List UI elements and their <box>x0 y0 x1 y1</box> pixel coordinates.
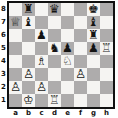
square-f3[interactable]: ♙ <box>74 68 87 81</box>
square-a5[interactable] <box>9 42 22 55</box>
square-a7[interactable]: ♕ <box>9 16 22 29</box>
chess-diagram: 87654321 ♜♛♚♕♝♝♟♜♞♟♟♖♗♘♙♙♙♙♔♖ abcdefgh <box>0 0 118 118</box>
square-e2[interactable] <box>61 81 74 94</box>
square-h8[interactable] <box>100 3 113 16</box>
square-c2[interactable]: ♙ <box>35 81 48 94</box>
square-h6[interactable] <box>100 29 113 42</box>
rank-label-7: 7 <box>0 16 7 29</box>
square-c7[interactable] <box>35 16 48 29</box>
black-knight-icon: ♞ <box>49 42 60 55</box>
file-label-f: f <box>74 108 87 118</box>
white-pawn-icon: ♙ <box>10 81 21 94</box>
square-a2[interactable]: ♙ <box>9 81 22 94</box>
file-label-b: b <box>22 108 35 118</box>
rank-labels: 87654321 <box>0 3 7 107</box>
square-d7[interactable] <box>48 16 61 29</box>
square-h7[interactable] <box>100 16 113 29</box>
rank-label-6: 6 <box>0 29 7 42</box>
rank-label-2: 2 <box>0 81 7 94</box>
square-g5[interactable]: ♟ <box>87 42 100 55</box>
file-labels: abcdefgh <box>9 108 113 118</box>
square-c3[interactable] <box>35 68 48 81</box>
square-d1[interactable]: ♖ <box>48 94 61 107</box>
white-king-icon: ♔ <box>23 94 34 107</box>
square-a4[interactable] <box>9 55 22 68</box>
white-rook-icon: ♖ <box>49 94 60 107</box>
square-a3[interactable] <box>9 68 22 81</box>
square-b7[interactable]: ♝ <box>22 16 35 29</box>
file-label-h: h <box>100 108 113 118</box>
square-e7[interactable] <box>61 16 74 29</box>
square-h2[interactable] <box>100 81 113 94</box>
square-e6[interactable] <box>61 29 74 42</box>
square-b2[interactable] <box>22 81 35 94</box>
square-f5[interactable] <box>74 42 87 55</box>
square-b4[interactable] <box>22 55 35 68</box>
square-e5[interactable]: ♟ <box>61 42 74 55</box>
white-pawn-icon: ♙ <box>36 81 47 94</box>
square-c8[interactable] <box>35 3 48 16</box>
white-bishop-icon: ♗ <box>36 55 47 68</box>
square-a1[interactable] <box>9 94 22 107</box>
white-knight-icon: ♘ <box>62 55 73 68</box>
square-d8[interactable]: ♛ <box>48 3 61 16</box>
square-b6[interactable] <box>22 29 35 42</box>
square-h5[interactable]: ♖ <box>100 42 113 55</box>
black-king-icon: ♚ <box>88 3 99 16</box>
board-frame: ♜♛♚♕♝♝♟♜♞♟♟♖♗♘♙♙♙♙♔♖ <box>7 1 115 109</box>
board: ♜♛♚♕♝♝♟♜♞♟♟♖♗♘♙♙♙♙♔♖ <box>9 3 113 107</box>
square-c5[interactable] <box>35 42 48 55</box>
square-f8[interactable] <box>74 3 87 16</box>
square-g8[interactable]: ♚ <box>87 3 100 16</box>
square-d5[interactable]: ♞ <box>48 42 61 55</box>
file-label-g: g <box>87 108 100 118</box>
black-pawn-icon: ♟ <box>62 42 73 55</box>
square-g6[interactable]: ♜ <box>87 29 100 42</box>
square-b1[interactable]: ♔ <box>22 94 35 107</box>
black-rook-icon: ♜ <box>23 3 34 16</box>
square-e1[interactable] <box>61 94 74 107</box>
square-d4[interactable] <box>48 55 61 68</box>
square-h1[interactable] <box>100 94 113 107</box>
square-c6[interactable]: ♟ <box>35 29 48 42</box>
rank-label-4: 4 <box>0 55 7 68</box>
square-f6[interactable] <box>74 29 87 42</box>
square-d2[interactable] <box>48 81 61 94</box>
square-e4[interactable]: ♘ <box>61 55 74 68</box>
square-d3[interactable] <box>48 68 61 81</box>
square-f2[interactable] <box>74 81 87 94</box>
rank-label-5: 5 <box>0 42 7 55</box>
white-queen-icon: ♕ <box>10 16 21 29</box>
square-g4[interactable] <box>87 55 100 68</box>
rank-label-8: 8 <box>0 3 7 16</box>
square-b8[interactable]: ♜ <box>22 3 35 16</box>
square-f1[interactable] <box>74 94 87 107</box>
black-bishop-icon: ♝ <box>88 16 99 29</box>
rank-label-3: 3 <box>0 68 7 81</box>
file-label-c: c <box>35 108 48 118</box>
square-f7[interactable] <box>74 16 87 29</box>
file-label-a: a <box>9 108 22 118</box>
square-a8[interactable] <box>9 3 22 16</box>
black-bishop-icon: ♝ <box>23 16 34 29</box>
square-e3[interactable] <box>61 68 74 81</box>
square-g7[interactable]: ♝ <box>87 16 100 29</box>
square-c4[interactable]: ♗ <box>35 55 48 68</box>
white-pawn-icon: ♙ <box>75 68 86 81</box>
square-a6[interactable] <box>9 29 22 42</box>
square-g3[interactable] <box>87 68 100 81</box>
black-pawn-icon: ♟ <box>88 42 99 55</box>
white-pawn-icon: ♙ <box>23 68 34 81</box>
white-rook-icon: ♖ <box>101 42 112 55</box>
black-pawn-icon: ♟ <box>36 29 47 42</box>
square-h3[interactable] <box>100 68 113 81</box>
square-g1[interactable] <box>87 94 100 107</box>
square-f4[interactable] <box>74 55 87 68</box>
square-c1[interactable] <box>35 94 48 107</box>
black-rook-icon: ♜ <box>88 29 99 42</box>
black-queen-icon: ♛ <box>49 3 60 16</box>
square-e8[interactable] <box>61 3 74 16</box>
file-label-d: d <box>48 108 61 118</box>
square-b3[interactable]: ♙ <box>22 68 35 81</box>
square-g2[interactable] <box>87 81 100 94</box>
file-label-e: e <box>61 108 74 118</box>
square-b5[interactable] <box>22 42 35 55</box>
rank-label-1: 1 <box>0 94 7 107</box>
square-d6[interactable] <box>48 29 61 42</box>
square-h4[interactable] <box>100 55 113 68</box>
